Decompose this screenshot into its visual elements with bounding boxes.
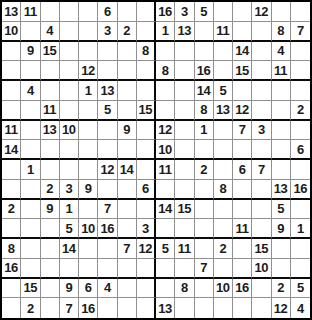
grid-cell[interactable] [252,101,271,121]
grid-cell[interactable]: 4 [98,279,117,299]
grid-cell[interactable]: 9 [79,180,98,200]
grid-cell[interactable] [214,140,233,160]
grid-cell[interactable] [118,279,137,299]
grid-cell[interactable] [156,42,175,62]
grid-cell[interactable] [175,42,194,62]
grid-cell[interactable] [214,298,233,318]
grid-cell[interactable] [272,259,291,279]
grid-cell[interactable] [79,101,98,121]
grid-cell[interactable] [175,81,194,101]
grid-cell[interactable] [195,200,214,220]
grid-cell[interactable] [252,180,271,200]
grid-cell[interactable] [291,239,310,259]
grid-cell[interactable] [2,42,21,62]
grid-cell[interactable] [175,219,194,239]
grid-cell[interactable] [21,200,40,220]
grid-cell[interactable]: 16 [98,219,117,239]
grid-cell[interactable]: 13 [41,121,60,141]
grid-cell[interactable]: 6 [233,160,252,180]
grid-cell[interactable]: 10 [252,259,271,279]
grid-cell[interactable] [137,140,156,160]
grid-cell[interactable]: 4 [272,42,291,62]
grid-cell[interactable]: 8 [214,180,233,200]
grid-cell[interactable] [41,298,60,318]
grid-cell[interactable] [118,298,137,318]
grid-cell[interactable] [291,121,310,141]
grid-cell[interactable] [21,239,40,259]
grid-cell[interactable] [60,22,79,42]
grid-cell[interactable] [21,22,40,42]
grid-cell[interactable]: 12 [98,160,117,180]
grid-cell[interactable]: 8 [195,101,214,121]
grid-cell[interactable] [137,298,156,318]
grid-cell[interactable] [175,259,194,279]
grid-cell[interactable]: 10 [214,279,233,299]
grid-cell[interactable]: 1 [60,200,79,220]
grid-cell[interactable]: 14 [2,140,21,160]
grid-cell[interactable]: 7 [98,200,117,220]
grid-cell[interactable] [2,160,21,180]
grid-cell[interactable] [291,42,310,62]
grid-cell[interactable] [21,121,40,141]
grid-cell[interactable] [118,101,137,121]
grid-cell[interactable] [137,22,156,42]
grid-cell[interactable]: 12 [252,2,271,22]
grid-cell[interactable]: 2 [291,101,310,121]
grid-cell[interactable]: 3 [175,2,194,22]
grid-cell[interactable] [2,279,21,299]
grid-cell[interactable]: 10 [2,22,21,42]
grid-cell[interactable]: 5 [98,101,117,121]
grid-cell[interactable] [195,140,214,160]
grid-cell[interactable] [214,200,233,220]
grid-cell[interactable]: 13 [214,101,233,121]
grid-cell[interactable]: 8 [272,22,291,42]
grid-cell[interactable] [272,81,291,101]
grid-cell[interactable]: 8 [156,61,175,81]
grid-cell[interactable]: 2 [214,239,233,259]
grid-cell[interactable] [175,180,194,200]
grid-cell[interactable] [137,160,156,180]
grid-cell[interactable] [195,219,214,239]
grid-cell[interactable] [79,22,98,42]
grid-cell[interactable] [195,42,214,62]
grid-cell[interactable] [118,219,137,239]
grid-cell[interactable] [60,81,79,101]
grid-cell[interactable] [252,140,271,160]
grid-cell[interactable] [214,121,233,141]
grid-cell[interactable]: 12 [233,101,252,121]
grid-cell[interactable]: 7 [60,298,79,318]
grid-cell[interactable] [98,121,117,141]
grid-cell[interactable] [79,2,98,22]
grid-cell[interactable] [272,140,291,160]
grid-cell[interactable] [2,180,21,200]
grid-cell[interactable] [175,101,194,121]
grid-cell[interactable] [21,259,40,279]
grid-cell[interactable] [175,140,194,160]
grid-cell[interactable] [233,259,252,279]
grid-cell[interactable] [79,42,98,62]
grid-cell[interactable] [252,219,271,239]
grid-cell[interactable]: 5 [272,200,291,220]
grid-cell[interactable]: 7 [118,239,137,259]
grid-cell[interactable]: 16 [233,279,252,299]
grid-cell[interactable]: 1 [291,219,310,239]
grid-cell[interactable] [252,42,271,62]
grid-cell[interactable] [21,180,40,200]
grid-cell[interactable]: 15 [233,61,252,81]
grid-cell[interactable]: 13 [2,2,21,22]
grid-cell[interactable] [252,298,271,318]
grid-cell[interactable] [195,239,214,259]
grid-cell[interactable]: 6 [137,180,156,200]
grid-cell[interactable] [233,2,252,22]
grid-cell[interactable] [118,259,137,279]
grid-cell[interactable] [137,2,156,22]
grid-cell[interactable] [214,219,233,239]
grid-cell[interactable] [2,61,21,81]
grid-cell[interactable]: 7 [195,259,214,279]
grid-cell[interactable] [137,259,156,279]
grid-cell[interactable]: 11 [214,22,233,42]
grid-cell[interactable] [137,61,156,81]
grid-cell[interactable]: 3 [98,22,117,42]
grid-cell[interactable] [291,61,310,81]
grid-cell[interactable] [41,140,60,160]
grid-cell[interactable] [21,61,40,81]
grid-cell[interactable] [98,42,117,62]
grid-cell[interactable]: 9 [60,279,79,299]
grid-cell[interactable]: 13 [156,298,175,318]
grid-cell[interactable] [60,2,79,22]
grid-cell[interactable]: 12 [156,121,175,141]
grid-cell[interactable] [233,180,252,200]
grid-cell[interactable] [156,180,175,200]
grid-cell[interactable]: 2 [195,160,214,180]
grid-cell[interactable]: 2 [2,200,21,220]
grid-cell[interactable] [98,298,117,318]
grid-cell[interactable]: 12 [272,298,291,318]
grid-cell[interactable] [118,2,137,22]
grid-cell[interactable]: 16 [2,259,21,279]
grid-cell[interactable] [79,121,98,141]
grid-cell[interactable]: 11 [41,101,60,121]
grid-cell[interactable]: 5 [60,219,79,239]
grid-cell[interactable] [233,81,252,101]
grid-cell[interactable] [195,22,214,42]
grid-cell[interactable]: 1 [79,81,98,101]
grid-cell[interactable] [60,140,79,160]
grid-cell[interactable] [79,160,98,180]
grid-cell[interactable]: 7 [233,121,252,141]
grid-cell[interactable] [41,160,60,180]
grid-cell[interactable]: 15 [21,279,40,299]
grid-cell[interactable] [195,279,214,299]
grid-cell[interactable]: 5 [195,2,214,22]
grid-cell[interactable] [98,61,117,81]
grid-cell[interactable] [60,259,79,279]
grid-cell[interactable]: 14 [156,200,175,220]
grid-cell[interactable]: 15 [41,42,60,62]
grid-cell[interactable] [195,180,214,200]
grid-cell[interactable] [118,61,137,81]
grid-cell[interactable] [2,81,21,101]
grid-cell[interactable]: 1 [156,22,175,42]
grid-cell[interactable] [156,219,175,239]
grid-cell[interactable]: 16 [79,298,98,318]
sudoku-board: 1311616351210432113118791581441281615114… [0,0,312,320]
grid-cell[interactable] [272,160,291,180]
grid-cell[interactable] [98,239,117,259]
grid-cell[interactable]: 10 [60,121,79,141]
grid-cell[interactable]: 16 [156,2,175,22]
grid-cell[interactable] [137,81,156,101]
grid-cell[interactable]: 4 [41,22,60,42]
grid-cell[interactable]: 11 [156,160,175,180]
grid-cell[interactable] [156,101,175,121]
grid-cell[interactable] [137,200,156,220]
grid-cell[interactable]: 2 [21,298,40,318]
grid-cell[interactable]: 7 [252,160,271,180]
grid-cell[interactable] [41,279,60,299]
grid-cell[interactable] [291,81,310,101]
grid-cell[interactable] [291,259,310,279]
grid-cell[interactable] [118,42,137,62]
grid-cell[interactable]: 14 [118,160,137,180]
grid-cell[interactable]: 9 [41,200,60,220]
grid-cell[interactable] [175,160,194,180]
grid-cell[interactable]: 8 [137,42,156,62]
grid-cell[interactable] [291,2,310,22]
grid-cell[interactable]: 1 [21,160,40,180]
grid-cell[interactable] [60,61,79,81]
grid-cell[interactable] [79,200,98,220]
grid-cell[interactable]: 11 [272,61,291,81]
grid-cell[interactable] [60,101,79,121]
grid-cell[interactable] [252,61,271,81]
grid-cell[interactable] [118,81,137,101]
grid-cell[interactable]: 5 [291,279,310,299]
grid-cell[interactable]: 11 [2,121,21,141]
grid-cell[interactable] [214,259,233,279]
grid-cell[interactable]: 4 [291,298,310,318]
grid-cell[interactable]: 11 [175,239,194,259]
grid-cell[interactable]: 15 [252,239,271,259]
grid-cell[interactable] [21,140,40,160]
grid-cell[interactable] [272,239,291,259]
grid-cell[interactable]: 11 [21,2,40,22]
grid-cell[interactable] [79,259,98,279]
grid-cell[interactable] [41,2,60,22]
grid-cell[interactable]: 13 [272,180,291,200]
grid-cell[interactable] [118,140,137,160]
grid-cell[interactable]: 10 [156,140,175,160]
grid-cell[interactable]: 12 [79,61,98,81]
grid-cell[interactable] [60,42,79,62]
grid-cell[interactable]: 10 [79,219,98,239]
grid-cell[interactable]: 8 [2,239,21,259]
grid-cell[interactable] [156,279,175,299]
grid-cell[interactable] [252,22,271,42]
grid-cell[interactable] [21,219,40,239]
grid-cell[interactable] [118,200,137,220]
grid-cell[interactable] [79,140,98,160]
grid-cell[interactable]: 14 [233,42,252,62]
grid-cell[interactable] [41,61,60,81]
grid-cell[interactable]: 9 [118,121,137,141]
grid-cell[interactable] [252,279,271,299]
grid-cell[interactable] [233,22,252,42]
grid-cell[interactable]: 9 [21,42,40,62]
sudoku-grid: 1311616351210432113118791581441281615114… [2,2,310,318]
grid-cell[interactable]: 13 [175,22,194,42]
grid-cell[interactable] [233,298,252,318]
grid-cell[interactable] [60,160,79,180]
grid-cell[interactable] [2,298,21,318]
grid-cell[interactable]: 16 [291,180,310,200]
grid-cell[interactable] [98,140,117,160]
grid-cell[interactable]: 3 [252,121,271,141]
grid-cell[interactable]: 15 [175,200,194,220]
grid-cell[interactable] [214,42,233,62]
grid-cell[interactable]: 2 [41,180,60,200]
grid-cell[interactable]: 1 [195,121,214,141]
grid-cell[interactable] [41,259,60,279]
grid-cell[interactable]: 6 [291,140,310,160]
grid-cell[interactable] [272,121,291,141]
grid-cell[interactable]: 16 [195,61,214,81]
grid-cell[interactable] [79,239,98,259]
grid-cell[interactable]: 14 [195,81,214,101]
grid-cell[interactable] [156,81,175,101]
grid-cell[interactable] [98,180,117,200]
grid-cell[interactable] [118,180,137,200]
grid-cell[interactable]: 6 [79,279,98,299]
grid-cell[interactable]: 3 [60,180,79,200]
grid-cell[interactable]: 8 [175,279,194,299]
grid-cell[interactable]: 9 [272,219,291,239]
grid-cell[interactable] [195,298,214,318]
grid-cell[interactable] [233,239,252,259]
grid-cell[interactable] [137,279,156,299]
grid-cell[interactable]: 13 [98,81,117,101]
grid-cell[interactable] [252,200,271,220]
grid-cell[interactable]: 2 [118,22,137,42]
grid-cell[interactable]: 14 [60,239,79,259]
grid-cell[interactable] [2,101,21,121]
grid-cell[interactable]: 4 [21,81,40,101]
grid-cell[interactable] [41,239,60,259]
grid-cell[interactable] [272,2,291,22]
grid-cell[interactable] [175,61,194,81]
grid-cell[interactable] [272,101,291,121]
grid-cell[interactable] [98,259,117,279]
grid-cell[interactable]: 15 [137,101,156,121]
grid-cell[interactable] [252,81,271,101]
grid-cell[interactable] [291,200,310,220]
grid-cell[interactable]: 6 [98,2,117,22]
grid-cell[interactable] [21,101,40,121]
grid-cell[interactable] [137,121,156,141]
grid-cell[interactable]: 11 [233,219,252,239]
grid-cell[interactable] [214,2,233,22]
grid-cell[interactable]: 5 [156,239,175,259]
grid-cell[interactable] [41,81,60,101]
grid-cell[interactable] [2,219,21,239]
grid-cell[interactable]: 3 [137,219,156,239]
grid-cell[interactable] [233,200,252,220]
grid-cell[interactable] [41,219,60,239]
grid-cell[interactable]: 2 [272,279,291,299]
grid-cell[interactable] [233,140,252,160]
grid-cell[interactable]: 7 [291,22,310,42]
grid-cell[interactable] [291,160,310,180]
grid-cell[interactable] [175,121,194,141]
grid-cell[interactable]: 12 [137,239,156,259]
grid-cell[interactable] [175,298,194,318]
grid-cell[interactable] [156,259,175,279]
grid-cell[interactable]: 5 [214,81,233,101]
grid-cell[interactable] [214,160,233,180]
grid-cell[interactable] [214,61,233,81]
